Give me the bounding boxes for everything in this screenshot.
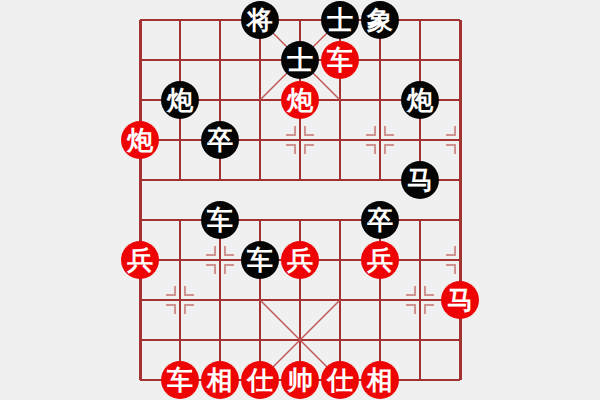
- piece-red-horse[interactable]: 马: [441, 281, 479, 319]
- piece-black-chariot[interactable]: 车: [241, 241, 279, 279]
- piece-red-cannon[interactable]: 炮: [281, 81, 319, 119]
- piece-red-cannon[interactable]: 炮: [121, 121, 159, 159]
- piece-red-soldier[interactable]: 兵: [281, 241, 319, 279]
- piece-black-elephant[interactable]: 象: [361, 1, 399, 39]
- piece-red-advisor[interactable]: 仕: [321, 361, 359, 399]
- piece-red-advisor[interactable]: 仕: [241, 361, 279, 399]
- piece-black-advisor[interactable]: 士: [281, 41, 319, 79]
- piece-black-cannon[interactable]: 炮: [161, 81, 199, 119]
- board: 将士象士车炮炮炮炮卒马车卒兵车兵兵马车相仕帅仕相: [120, 0, 480, 400]
- xiangqi-board-screen: 将士象士车炮炮炮炮卒马车卒兵车兵兵马车相仕帅仕相: [0, 0, 600, 400]
- piece-red-elephant[interactable]: 相: [361, 361, 399, 399]
- piece-red-chariot[interactable]: 车: [321, 41, 359, 79]
- piece-red-soldier[interactable]: 兵: [361, 241, 399, 279]
- piece-black-soldier[interactable]: 卒: [201, 121, 239, 159]
- piece-black-soldier[interactable]: 卒: [361, 201, 399, 239]
- piece-red-soldier[interactable]: 兵: [121, 241, 159, 279]
- piece-red-general[interactable]: 帅: [281, 361, 319, 399]
- piece-red-elephant[interactable]: 相: [201, 361, 239, 399]
- piece-red-chariot[interactable]: 车: [161, 361, 199, 399]
- piece-black-advisor[interactable]: 士: [321, 1, 359, 39]
- piece-black-general[interactable]: 将: [241, 1, 279, 39]
- piece-black-horse[interactable]: 马: [401, 161, 439, 199]
- piece-black-cannon[interactable]: 炮: [401, 81, 439, 119]
- piece-black-chariot[interactable]: 车: [201, 201, 239, 239]
